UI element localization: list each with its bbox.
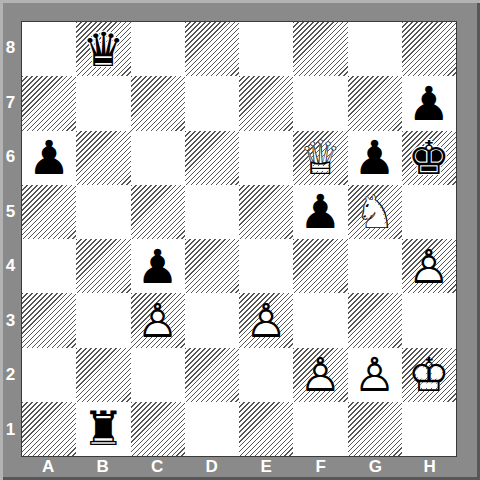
- chessboard-frame: ♛♟♟♛♕♟♚♟♞♘♟♟♙♟♙♟♙♟♙♟♙♚♔♜ 87654321 ABCDEF…: [0, 0, 480, 480]
- black-pawn-icon: ♟: [408, 80, 450, 127]
- piece-white-pawn[interactable]: ♟♙: [402, 239, 456, 293]
- piece-black-pawn[interactable]: ♟: [402, 76, 456, 130]
- square-b3[interactable]: [76, 293, 130, 347]
- square-a5[interactable]: [22, 185, 76, 239]
- square-h2[interactable]: ♚♔: [402, 348, 456, 402]
- square-c3[interactable]: ♟♙: [131, 293, 185, 347]
- square-b4[interactable]: [76, 239, 130, 293]
- square-b5[interactable]: [76, 185, 130, 239]
- square-a8[interactable]: [22, 22, 76, 76]
- white-pawn-icon: ♙: [299, 351, 341, 398]
- square-a1[interactable]: [22, 402, 76, 456]
- square-f5[interactable]: ♟: [293, 185, 347, 239]
- chess-board: ♛♟♟♛♕♟♚♟♞♘♟♟♙♟♙♟♙♟♙♟♙♚♔♜: [21, 21, 457, 457]
- black-pawn-icon: ♟: [354, 134, 396, 181]
- square-e2[interactable]: [239, 348, 293, 402]
- square-c2[interactable]: [131, 348, 185, 402]
- square-c6[interactable]: [131, 131, 185, 185]
- square-g8[interactable]: [348, 22, 402, 76]
- white-king-icon: ♔: [408, 351, 450, 398]
- square-d7[interactable]: [185, 76, 239, 130]
- square-h5[interactable]: [402, 185, 456, 239]
- square-a6[interactable]: ♟: [22, 131, 76, 185]
- white-pawn-icon: ♙: [137, 297, 179, 344]
- black-pawn-icon: ♟: [137, 243, 179, 290]
- file-label-g: G: [348, 457, 403, 477]
- file-label-h: H: [403, 457, 458, 477]
- rank-labels: 87654321: [0, 21, 21, 457]
- square-d3[interactable]: [185, 293, 239, 347]
- square-a2[interactable]: [22, 348, 76, 402]
- piece-white-pawn[interactable]: ♟♙: [239, 293, 293, 347]
- file-label-b: B: [76, 457, 131, 477]
- piece-white-king[interactable]: ♚♔: [402, 348, 456, 402]
- square-f8[interactable]: [293, 22, 347, 76]
- square-h6[interactable]: ♚: [402, 131, 456, 185]
- square-c4[interactable]: ♟: [131, 239, 185, 293]
- square-b8[interactable]: ♛: [76, 22, 130, 76]
- square-g7[interactable]: [348, 76, 402, 130]
- piece-white-pawn[interactable]: ♟♙: [348, 348, 402, 402]
- square-h4[interactable]: ♟♙: [402, 239, 456, 293]
- square-d2[interactable]: [185, 348, 239, 402]
- square-e5[interactable]: [239, 185, 293, 239]
- square-g6[interactable]: ♟: [348, 131, 402, 185]
- square-d5[interactable]: [185, 185, 239, 239]
- square-f7[interactable]: [293, 76, 347, 130]
- piece-white-knight[interactable]: ♞♘: [348, 185, 402, 239]
- square-f6[interactable]: ♛♕: [293, 131, 347, 185]
- square-g2[interactable]: ♟♙: [348, 348, 402, 402]
- square-d4[interactable]: [185, 239, 239, 293]
- square-g5[interactable]: ♞♘: [348, 185, 402, 239]
- square-f1[interactable]: [293, 402, 347, 456]
- piece-black-king[interactable]: ♚: [402, 131, 456, 185]
- square-a4[interactable]: [22, 239, 76, 293]
- piece-black-pawn[interactable]: ♟: [131, 239, 185, 293]
- black-pawn-icon: ♟: [28, 134, 70, 181]
- file-label-f: F: [294, 457, 349, 477]
- white-pawn-icon: ♙: [245, 297, 287, 344]
- square-a3[interactable]: [22, 293, 76, 347]
- square-h8[interactable]: [402, 22, 456, 76]
- piece-black-pawn[interactable]: ♟: [22, 131, 76, 185]
- white-queen-icon: ♕: [299, 134, 341, 181]
- square-f2[interactable]: ♟♙: [293, 348, 347, 402]
- piece-white-pawn[interactable]: ♟♙: [131, 293, 185, 347]
- rank-label-5: 5: [0, 185, 21, 240]
- rank-label-1: 1: [0, 403, 21, 458]
- file-label-e: E: [239, 457, 294, 477]
- square-d8[interactable]: [185, 22, 239, 76]
- square-a7[interactable]: [22, 76, 76, 130]
- square-b2[interactable]: [76, 348, 130, 402]
- square-e3[interactable]: ♟♙: [239, 293, 293, 347]
- piece-black-queen[interactable]: ♛: [76, 22, 130, 76]
- piece-black-pawn[interactable]: ♟: [348, 131, 402, 185]
- rank-label-3: 3: [0, 294, 21, 349]
- square-c7[interactable]: [131, 76, 185, 130]
- white-knight-icon: ♘: [354, 188, 396, 235]
- piece-black-pawn[interactable]: ♟: [293, 185, 347, 239]
- piece-white-pawn[interactable]: ♟♙: [293, 348, 347, 402]
- piece-black-rook[interactable]: ♜: [76, 402, 130, 456]
- rank-label-6: 6: [0, 130, 21, 185]
- black-rook-icon: ♜: [82, 405, 124, 452]
- black-pawn-icon: ♟: [299, 188, 341, 235]
- square-c8[interactable]: [131, 22, 185, 76]
- black-queen-icon: ♛: [82, 26, 124, 73]
- square-f4[interactable]: [293, 239, 347, 293]
- square-g4[interactable]: [348, 239, 402, 293]
- file-label-c: C: [130, 457, 185, 477]
- square-h7[interactable]: ♟: [402, 76, 456, 130]
- rank-label-2: 2: [0, 348, 21, 403]
- square-d6[interactable]: [185, 131, 239, 185]
- square-b7[interactable]: [76, 76, 130, 130]
- black-king-icon: ♚: [408, 134, 450, 181]
- square-g3[interactable]: [348, 293, 402, 347]
- square-c1[interactable]: [131, 402, 185, 456]
- white-pawn-icon: ♙: [408, 243, 450, 290]
- square-b6[interactable]: [76, 131, 130, 185]
- square-f3[interactable]: [293, 293, 347, 347]
- square-h1[interactable]: [402, 402, 456, 456]
- rank-label-4: 4: [0, 239, 21, 294]
- white-pawn-icon: ♙: [354, 351, 396, 398]
- square-e8[interactable]: [239, 22, 293, 76]
- file-labels: ABCDEFGH: [21, 457, 457, 477]
- square-c5[interactable]: [131, 185, 185, 239]
- square-h3[interactable]: [402, 293, 456, 347]
- square-e7[interactable]: [239, 76, 293, 130]
- square-d1[interactable]: [185, 402, 239, 456]
- square-g1[interactable]: [348, 402, 402, 456]
- rank-label-8: 8: [0, 21, 21, 76]
- piece-white-queen[interactable]: ♛♕: [293, 131, 347, 185]
- square-b1[interactable]: ♜: [76, 402, 130, 456]
- square-e4[interactable]: [239, 239, 293, 293]
- rank-label-7: 7: [0, 76, 21, 131]
- file-label-d: D: [185, 457, 240, 477]
- square-e1[interactable]: [239, 402, 293, 456]
- square-e6[interactable]: [239, 131, 293, 185]
- file-label-a: A: [21, 457, 76, 477]
